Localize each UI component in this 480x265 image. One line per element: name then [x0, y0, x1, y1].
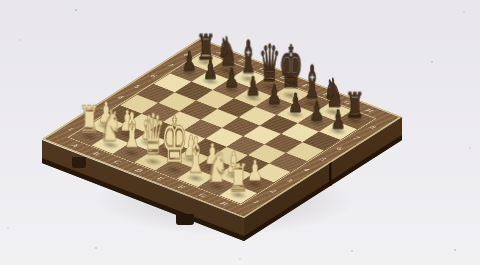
black-pawn-icon: ♟	[224, 64, 239, 90]
black-pawn-icon: ♟	[182, 48, 197, 74]
black-rook-icon: ♜	[345, 87, 365, 122]
rank-label-right-1: 1	[252, 199, 262, 204]
file-label-near-f: F	[176, 184, 186, 190]
black-pawn-icon: ♟	[309, 98, 324, 124]
black-pawn-icon: ♟	[203, 56, 218, 82]
file-label-near-b: B	[91, 151, 101, 157]
box-foot-notch	[72, 157, 86, 168]
file-label-near-g: G	[197, 192, 208, 198]
rank-label-left-1: 1	[66, 126, 76, 131]
white-knight-icon: ♞	[99, 103, 122, 147]
file-label-near-e: E	[155, 176, 165, 182]
rank-label-right-6: 6	[335, 146, 345, 151]
file-label-far-h: H	[363, 108, 374, 114]
rank-label-left-5: 5	[132, 84, 142, 89]
black-pawn-icon: ♟	[288, 89, 303, 115]
box-foot	[176, 214, 194, 225]
rank-label-right-7: 7	[352, 135, 362, 140]
white-rook-icon: ♜	[78, 100, 100, 138]
white-bishop-icon: ♝	[185, 131, 207, 180]
white-bishop-icon: ♝	[121, 106, 143, 155]
file-label-near-d: D	[133, 167, 144, 173]
rank-label-left-7: 7	[166, 62, 176, 67]
file-label-near-h: H	[218, 201, 229, 207]
rank-label-right-8: 8	[368, 124, 378, 129]
rank-label-right-3: 3	[285, 178, 295, 183]
white-rook-icon: ♜	[227, 158, 249, 196]
file-label-near-a: A	[70, 143, 80, 149]
white-knight-icon: ♞	[205, 145, 228, 189]
rank-label-right-4: 4	[302, 167, 312, 172]
photo-background: AA11BB22CC33DD44EE55FF66GG77HH88♜♞♝♛♚♝♞♜…	[0, 0, 480, 265]
rank-label-right-5: 5	[318, 156, 328, 161]
rank-label-right-2: 2	[269, 188, 279, 193]
black-pawn-icon: ♟	[331, 106, 346, 132]
black-pawn-icon: ♟	[245, 73, 260, 99]
file-label-near-c: C	[112, 159, 123, 165]
black-pawn-icon: ♟	[267, 81, 282, 107]
rank-label-left-4: 4	[116, 94, 126, 99]
rank-label-left-6: 6	[149, 73, 159, 78]
